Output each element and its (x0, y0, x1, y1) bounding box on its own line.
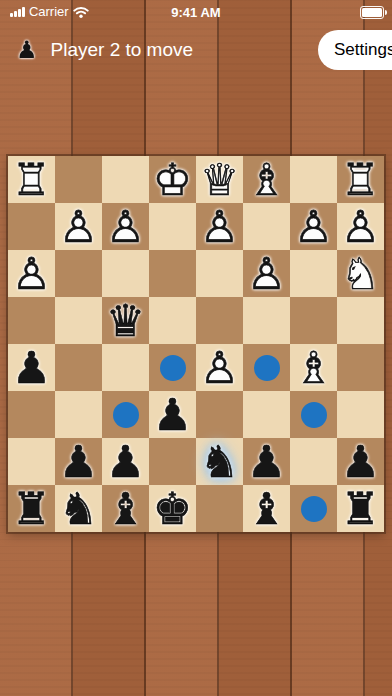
square-h1[interactable]: ♜♖ (8, 156, 55, 203)
turn-indicator: ♟ Player 2 to move (16, 30, 193, 70)
square-b7[interactable] (290, 438, 337, 485)
square-h7[interactable] (8, 438, 55, 485)
square-c4[interactable] (243, 297, 290, 344)
piece-black-queen: ♛ (102, 297, 149, 344)
square-a7[interactable]: ♟ (337, 438, 384, 485)
square-f1[interactable] (102, 156, 149, 203)
square-c7[interactable]: ♟ (243, 438, 290, 485)
square-h2[interactable] (8, 203, 55, 250)
piece-white-pawn: ♟♙ (243, 250, 290, 297)
square-g4[interactable] (55, 297, 102, 344)
square-g1[interactable] (55, 156, 102, 203)
piece-black-pawn: ♟ (102, 438, 149, 485)
piece-black-king: ♚ (149, 485, 196, 532)
square-b3[interactable] (290, 250, 337, 297)
square-e8[interactable]: ♚ (149, 485, 196, 532)
piece-black-knight: ♞ (196, 438, 243, 485)
square-e6[interactable]: ♟ (149, 391, 196, 438)
square-a1[interactable]: ♜♖ (337, 156, 384, 203)
square-a8[interactable]: ♜ (337, 485, 384, 532)
piece-black-knight: ♞ (55, 485, 102, 532)
square-g7[interactable]: ♟ (55, 438, 102, 485)
square-e3[interactable] (149, 250, 196, 297)
square-c6[interactable] (243, 391, 290, 438)
square-h4[interactable] (8, 297, 55, 344)
legal-move-dot (254, 355, 280, 381)
square-h3[interactable]: ♟♙ (8, 250, 55, 297)
square-g5[interactable] (55, 344, 102, 391)
black-pawn-icon: ♟ (16, 38, 38, 62)
piece-white-pawn: ♟♙ (290, 203, 337, 250)
square-b4[interactable] (290, 297, 337, 344)
piece-white-pawn: ♟♙ (8, 250, 55, 297)
piece-black-bishop: ♝ (102, 485, 149, 532)
settings-button[interactable]: Settings (318, 30, 392, 70)
piece-white-bishop: ♝♗ (243, 156, 290, 203)
square-e1[interactable]: ♚♔ (149, 156, 196, 203)
square-f5[interactable] (102, 344, 149, 391)
piece-black-pawn: ♟ (55, 438, 102, 485)
piece-white-pawn: ♟♙ (196, 344, 243, 391)
square-c1[interactable]: ♝♗ (243, 156, 290, 203)
piece-black-pawn: ♟ (337, 438, 384, 485)
piece-white-rook: ♜♖ (8, 156, 55, 203)
chess-board: ♜♖♚♔♛♕♝♗♜♖♟♙♟♙♟♙♟♙♟♙♟♙♟♙♞♘♛♟♟♙♝♗♟♟♟♞♟♟♜♞… (8, 156, 384, 532)
square-g6[interactable] (55, 391, 102, 438)
piece-white-king: ♚♔ (149, 156, 196, 203)
square-d7[interactable]: ♞ (196, 438, 243, 485)
square-c5[interactable] (243, 344, 290, 391)
battery-icon (360, 6, 384, 19)
status-bar: Carrier 9:41 AM (0, 0, 392, 24)
square-g8[interactable]: ♞ (55, 485, 102, 532)
legal-move-dot (113, 402, 139, 428)
square-d3[interactable] (196, 250, 243, 297)
piece-white-rook: ♜♖ (337, 156, 384, 203)
square-d6[interactable] (196, 391, 243, 438)
square-e4[interactable] (149, 297, 196, 344)
square-d5[interactable]: ♟♙ (196, 344, 243, 391)
square-e5[interactable] (149, 344, 196, 391)
square-d1[interactable]: ♛♕ (196, 156, 243, 203)
square-a5[interactable] (337, 344, 384, 391)
square-a2[interactable]: ♟♙ (337, 203, 384, 250)
square-d4[interactable] (196, 297, 243, 344)
header: ♟ Player 2 to move Settings (0, 30, 392, 70)
square-g3[interactable] (55, 250, 102, 297)
square-d8[interactable] (196, 485, 243, 532)
clock: 9:41 AM (0, 5, 392, 20)
square-c8[interactable]: ♝ (243, 485, 290, 532)
piece-white-pawn: ♟♙ (102, 203, 149, 250)
square-b8[interactable] (290, 485, 337, 532)
square-f2[interactable]: ♟♙ (102, 203, 149, 250)
square-b1[interactable] (290, 156, 337, 203)
turn-text: Player 2 to move (51, 39, 194, 61)
square-h8[interactable]: ♜ (8, 485, 55, 532)
square-a4[interactable] (337, 297, 384, 344)
square-b2[interactable]: ♟♙ (290, 203, 337, 250)
square-c3[interactable]: ♟♙ (243, 250, 290, 297)
piece-black-pawn: ♟ (243, 438, 290, 485)
piece-black-pawn: ♟ (149, 391, 196, 438)
piece-white-pawn: ♟♙ (337, 203, 384, 250)
square-h5[interactable]: ♟ (8, 344, 55, 391)
legal-move-dot (301, 402, 327, 428)
piece-white-pawn: ♟♙ (196, 203, 243, 250)
square-g2[interactable]: ♟♙ (55, 203, 102, 250)
square-d2[interactable]: ♟♙ (196, 203, 243, 250)
square-f7[interactable]: ♟ (102, 438, 149, 485)
square-h6[interactable] (8, 391, 55, 438)
square-a3[interactable]: ♞♘ (337, 250, 384, 297)
piece-black-rook: ♜ (8, 485, 55, 532)
piece-black-bishop: ♝ (243, 485, 290, 532)
legal-move-dot (160, 355, 186, 381)
square-b6[interactable] (290, 391, 337, 438)
app-screen: Carrier 9:41 AM ♟ Player 2 to move Setti… (0, 0, 392, 696)
piece-white-knight: ♞♘ (337, 250, 384, 297)
piece-black-rook: ♜ (337, 485, 384, 532)
square-c2[interactable] (243, 203, 290, 250)
piece-white-pawn: ♟♙ (55, 203, 102, 250)
square-b5[interactable]: ♝♗ (290, 344, 337, 391)
square-f4[interactable]: ♛ (102, 297, 149, 344)
square-f8[interactable]: ♝ (102, 485, 149, 532)
piece-white-queen: ♛♕ (196, 156, 243, 203)
square-f6[interactable] (102, 391, 149, 438)
legal-move-dot (301, 496, 327, 522)
square-a6[interactable] (337, 391, 384, 438)
square-e7[interactable] (149, 438, 196, 485)
piece-white-bishop: ♝♗ (290, 344, 337, 391)
square-e2[interactable] (149, 203, 196, 250)
piece-black-pawn: ♟ (8, 344, 55, 391)
square-f3[interactable] (102, 250, 149, 297)
